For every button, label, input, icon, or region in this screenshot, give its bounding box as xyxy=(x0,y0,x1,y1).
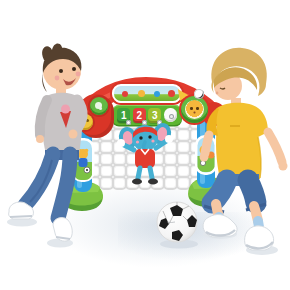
mini-ball-icon xyxy=(169,114,174,119)
boy-shirt xyxy=(206,103,268,179)
screen-character-red xyxy=(122,91,128,97)
girl-jeans xyxy=(25,150,79,218)
screen-character-yellow xyxy=(138,90,145,97)
boy-back-shoe xyxy=(245,226,274,250)
screen-character-blue xyxy=(154,91,160,97)
elephant-mascot xyxy=(116,120,176,190)
score-screen xyxy=(112,84,182,103)
boy-front-shoe xyxy=(203,215,237,237)
girl-figure xyxy=(0,40,110,258)
soccer-ball xyxy=(152,198,204,250)
score-console: 1 2 3 xyxy=(112,84,182,125)
product-photo: 1 2 3 xyxy=(0,0,290,290)
score-button-2-label: 2 xyxy=(137,110,143,121)
score-button-3-label: 3 xyxy=(152,110,158,121)
score-button-1-label: 1 xyxy=(121,110,127,121)
